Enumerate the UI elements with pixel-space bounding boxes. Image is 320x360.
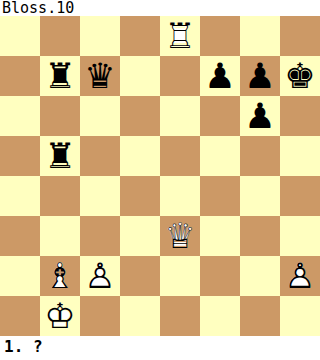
bishop-outline-layer: ♗ [40, 256, 80, 296]
black-rook-b5[interactable]: ♜ [40, 136, 80, 176]
square-h8[interactable] [280, 16, 320, 56]
square-e1[interactable] [160, 296, 200, 336]
queen-outline-layer: ♕ [160, 216, 200, 256]
square-g7[interactable]: ♟ [240, 56, 280, 96]
square-g3[interactable] [240, 216, 280, 256]
square-b7[interactable]: ♜ [40, 56, 80, 96]
square-d5[interactable] [120, 136, 160, 176]
square-g5[interactable] [240, 136, 280, 176]
square-c6[interactable] [80, 96, 120, 136]
square-d4[interactable] [120, 176, 160, 216]
square-h4[interactable] [280, 176, 320, 216]
square-h1[interactable] [280, 296, 320, 336]
black-rook-b7[interactable]: ♜ [40, 56, 80, 96]
square-b3[interactable] [40, 216, 80, 256]
square-e7[interactable] [160, 56, 200, 96]
black-pawn-g7[interactable]: ♟ [240, 56, 280, 96]
move-prompt: 1. ? [0, 336, 320, 360]
square-e3[interactable]: ♛♕ [160, 216, 200, 256]
square-b8[interactable] [40, 16, 80, 56]
square-e4[interactable] [160, 176, 200, 216]
square-f7[interactable]: ♟ [200, 56, 240, 96]
square-a5[interactable] [0, 136, 40, 176]
square-b4[interactable] [40, 176, 80, 216]
square-a7[interactable] [0, 56, 40, 96]
square-h7[interactable]: ♚ [280, 56, 320, 96]
black-king-h7[interactable]: ♚ [280, 56, 320, 96]
white-rook-e8[interactable]: ♜♖ [160, 16, 200, 56]
square-d1[interactable] [120, 296, 160, 336]
chess-board: ♜♖♜♛♟♟♚♟♜♛♕♝♗♟♙♟♙♚♔ [0, 16, 320, 336]
square-f6[interactable] [200, 96, 240, 136]
square-h5[interactable] [280, 136, 320, 176]
square-f2[interactable] [200, 256, 240, 296]
square-c7[interactable]: ♛ [80, 56, 120, 96]
square-e6[interactable] [160, 96, 200, 136]
square-a3[interactable] [0, 216, 40, 256]
square-d2[interactable] [120, 256, 160, 296]
square-g4[interactable] [240, 176, 280, 216]
white-king-b1[interactable]: ♚♔ [40, 296, 80, 336]
rook-outline-layer: ♖ [160, 16, 200, 56]
pawn-outline-layer: ♙ [280, 256, 320, 296]
square-c8[interactable] [80, 16, 120, 56]
square-c5[interactable] [80, 136, 120, 176]
square-a1[interactable] [0, 296, 40, 336]
square-g2[interactable] [240, 256, 280, 296]
white-bishop-b2[interactable]: ♝♗ [40, 256, 80, 296]
square-f8[interactable] [200, 16, 240, 56]
pawn-outline-layer: ♙ [80, 256, 120, 296]
black-pawn-g6[interactable]: ♟ [240, 96, 280, 136]
white-queen-e3[interactable]: ♛♕ [160, 216, 200, 256]
square-f3[interactable] [200, 216, 240, 256]
square-h6[interactable] [280, 96, 320, 136]
square-b5[interactable]: ♜ [40, 136, 80, 176]
square-f5[interactable] [200, 136, 240, 176]
square-c3[interactable] [80, 216, 120, 256]
square-a4[interactable] [0, 176, 40, 216]
square-h2[interactable]: ♟♙ [280, 256, 320, 296]
square-b6[interactable] [40, 96, 80, 136]
square-f1[interactable] [200, 296, 240, 336]
square-a6[interactable] [0, 96, 40, 136]
square-d8[interactable] [120, 16, 160, 56]
square-e2[interactable] [160, 256, 200, 296]
square-b2[interactable]: ♝♗ [40, 256, 80, 296]
square-c4[interactable] [80, 176, 120, 216]
square-d7[interactable] [120, 56, 160, 96]
square-c2[interactable]: ♟♙ [80, 256, 120, 296]
square-c1[interactable] [80, 296, 120, 336]
black-pawn-f7[interactable]: ♟ [200, 56, 240, 96]
square-g6[interactable]: ♟ [240, 96, 280, 136]
white-pawn-c2[interactable]: ♟♙ [80, 256, 120, 296]
square-g1[interactable] [240, 296, 280, 336]
square-d6[interactable] [120, 96, 160, 136]
square-g8[interactable] [240, 16, 280, 56]
diagram-title: Bloss.10 [0, 0, 320, 16]
square-d3[interactable] [120, 216, 160, 256]
square-a2[interactable] [0, 256, 40, 296]
white-pawn-h2[interactable]: ♟♙ [280, 256, 320, 296]
square-h3[interactable] [280, 216, 320, 256]
square-e8[interactable]: ♜♖ [160, 16, 200, 56]
square-a8[interactable] [0, 16, 40, 56]
square-f4[interactable] [200, 176, 240, 216]
square-b1[interactable]: ♚♔ [40, 296, 80, 336]
king-outline-layer: ♔ [40, 296, 80, 336]
black-queen-c7[interactable]: ♛ [80, 56, 120, 96]
square-e5[interactable] [160, 136, 200, 176]
